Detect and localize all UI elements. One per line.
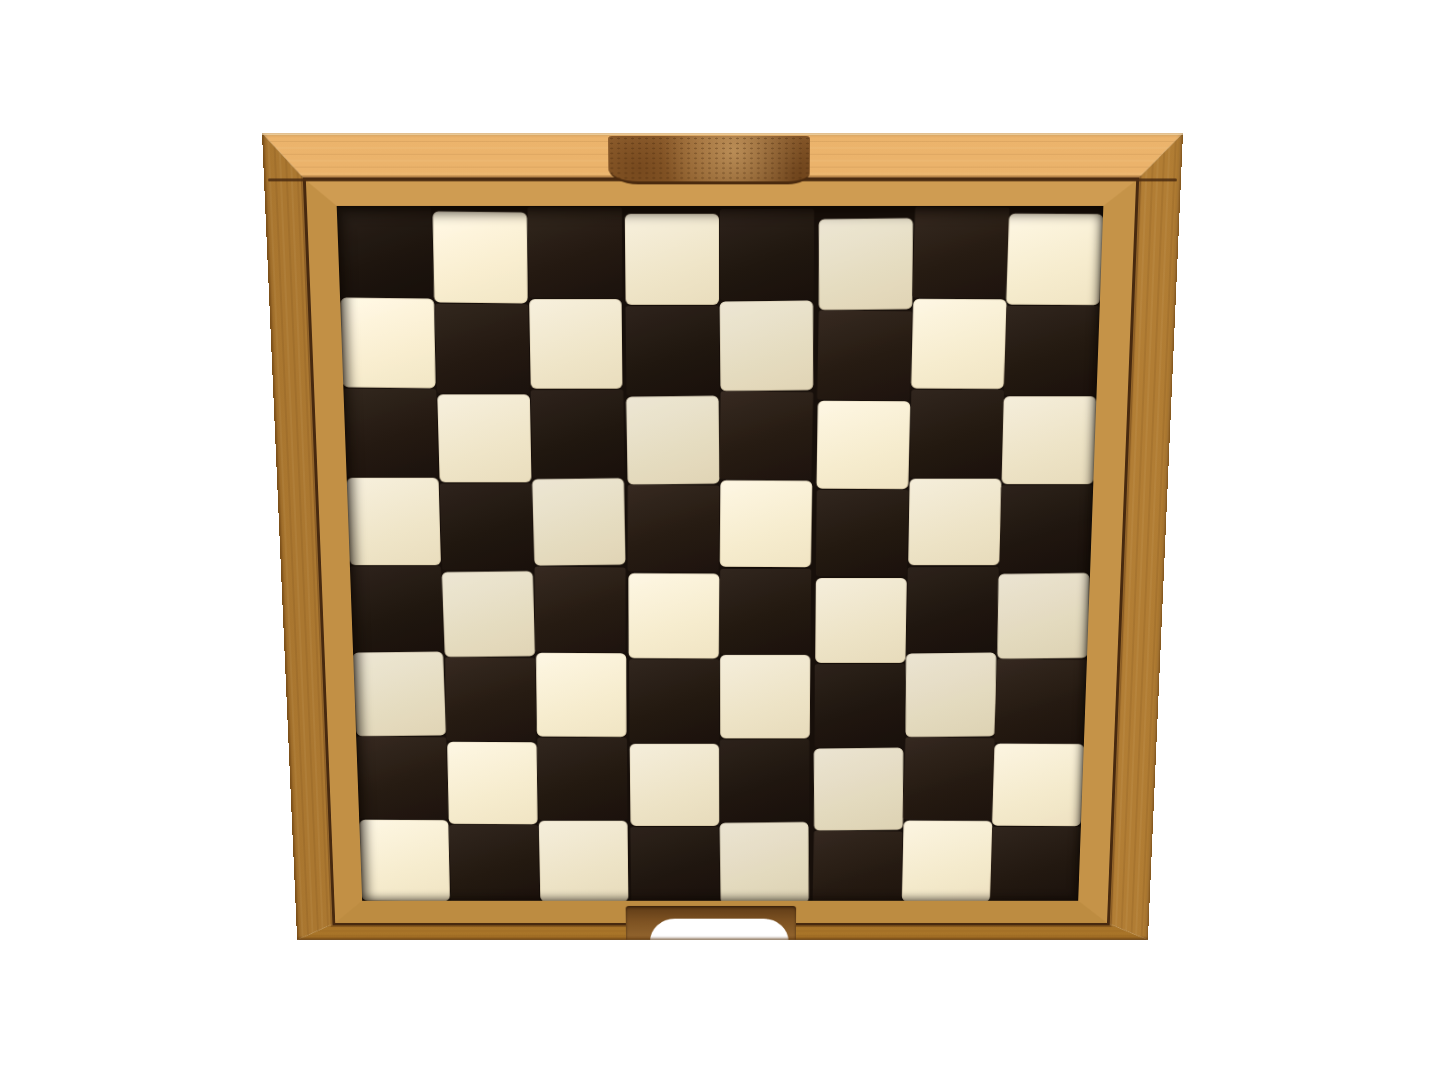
square-h8 bbox=[1006, 213, 1103, 305]
photo-background bbox=[0, 0, 1445, 1084]
square-g7 bbox=[911, 299, 1007, 389]
square-g2 bbox=[903, 737, 995, 820]
square-e5 bbox=[720, 481, 812, 568]
square-b2 bbox=[447, 741, 537, 824]
square-a4 bbox=[350, 565, 444, 651]
board-slat-b bbox=[432, 212, 539, 901]
square-f5 bbox=[816, 490, 909, 577]
board-slat-d bbox=[625, 214, 719, 901]
square-a7 bbox=[341, 298, 436, 389]
square-e3 bbox=[720, 654, 810, 738]
square-e7 bbox=[720, 301, 813, 392]
square-b1 bbox=[449, 825, 539, 901]
square-a6 bbox=[344, 389, 438, 478]
sliding-lid-frame bbox=[306, 180, 1136, 922]
square-b6 bbox=[437, 395, 531, 483]
game-box bbox=[262, 133, 1183, 940]
square-g1 bbox=[901, 820, 991, 900]
board-slat-e bbox=[720, 209, 814, 901]
square-f4 bbox=[815, 577, 906, 662]
square-h5 bbox=[1000, 485, 1093, 572]
square-h2 bbox=[992, 743, 1084, 826]
square-h3 bbox=[994, 659, 1087, 743]
square-a1 bbox=[360, 819, 450, 900]
bottom-finger-notch bbox=[625, 906, 796, 940]
square-d2 bbox=[630, 743, 720, 825]
square-g4 bbox=[906, 566, 998, 652]
square-f1 bbox=[812, 831, 902, 901]
square-e6 bbox=[720, 391, 814, 480]
square-d6 bbox=[626, 396, 719, 485]
square-a2 bbox=[357, 736, 448, 819]
square-a8 bbox=[337, 206, 434, 298]
board-slat-f bbox=[813, 219, 913, 901]
square-b3 bbox=[445, 657, 536, 742]
square-c6 bbox=[530, 390, 624, 479]
square-h6 bbox=[1002, 396, 1097, 484]
square-d1 bbox=[630, 826, 719, 900]
square-c2 bbox=[537, 737, 627, 820]
square-b7 bbox=[435, 304, 529, 394]
square-h1 bbox=[990, 827, 1081, 901]
square-d7 bbox=[626, 306, 720, 396]
square-e1 bbox=[720, 822, 809, 901]
square-b8 bbox=[432, 211, 527, 303]
board-slat-a bbox=[337, 206, 450, 901]
square-f8 bbox=[819, 218, 913, 310]
square-h4 bbox=[997, 572, 1089, 658]
top-finger-notch bbox=[608, 136, 810, 184]
square-g5 bbox=[908, 479, 1001, 566]
square-d5 bbox=[628, 485, 720, 573]
square-c1 bbox=[538, 820, 628, 900]
square-f3 bbox=[814, 663, 904, 747]
square-e8 bbox=[720, 209, 814, 301]
square-c5 bbox=[532, 479, 625, 567]
board-slat-h bbox=[990, 214, 1103, 901]
board-slat-c bbox=[527, 207, 628, 901]
square-a5 bbox=[347, 478, 441, 565]
square-a3 bbox=[353, 651, 446, 736]
square-d3 bbox=[629, 659, 719, 743]
square-b4 bbox=[441, 571, 534, 657]
square-g8 bbox=[912, 206, 1009, 298]
square-f7 bbox=[817, 310, 912, 401]
square-e4 bbox=[720, 568, 811, 653]
square-c8 bbox=[527, 207, 622, 299]
square-h7 bbox=[1004, 306, 1100, 396]
square-g3 bbox=[905, 652, 996, 737]
square-d4 bbox=[629, 573, 720, 659]
square-f6 bbox=[816, 401, 910, 490]
square-g6 bbox=[909, 390, 1003, 478]
square-d8 bbox=[625, 214, 719, 305]
square-f2 bbox=[814, 747, 903, 830]
square-e2 bbox=[720, 739, 809, 822]
square-c3 bbox=[535, 652, 625, 736]
checkerboard bbox=[337, 206, 1104, 901]
square-c4 bbox=[534, 566, 625, 652]
square-b5 bbox=[439, 483, 533, 570]
finger-hole bbox=[649, 919, 788, 942]
square-c7 bbox=[529, 299, 623, 389]
